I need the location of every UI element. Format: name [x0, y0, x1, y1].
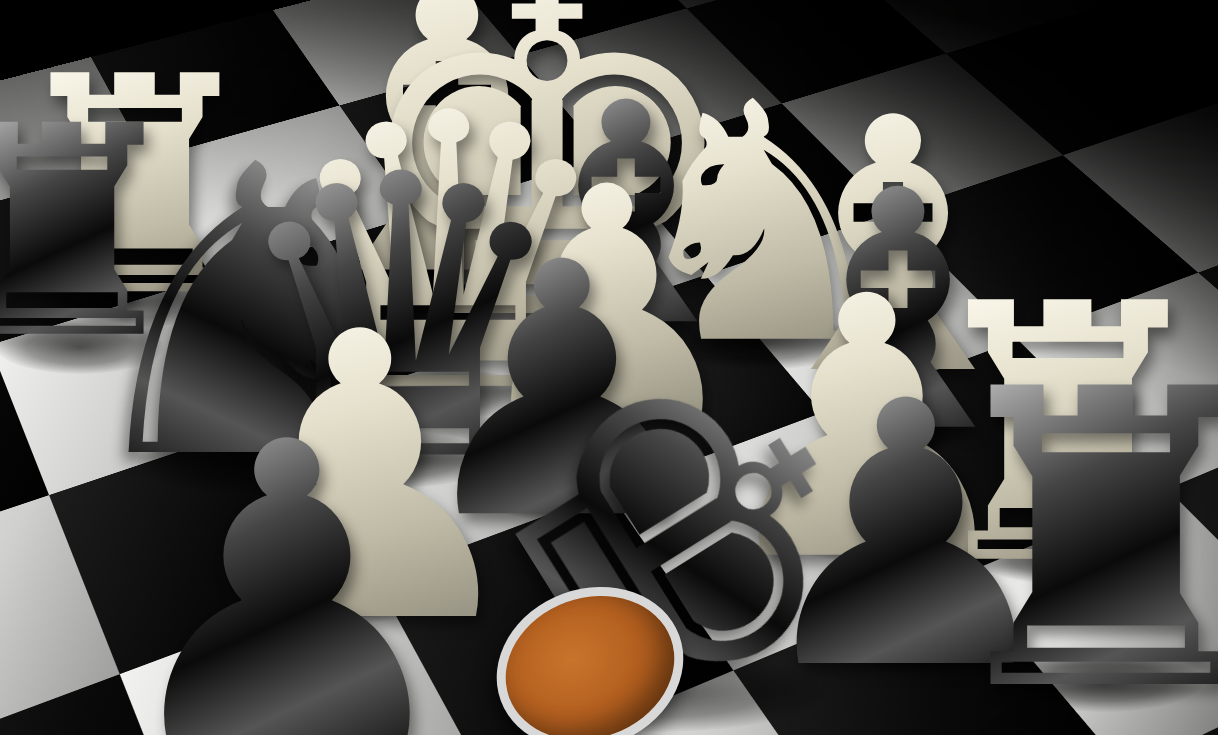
piece-black-pawn-b2: ♟ — [103, 390, 471, 735]
pieces-layer: ♝♚♜♝♞♜♝♛♟♝♞♛♟♟♜♟♟♚♜♟ — [0, 0, 1218, 735]
chess-scene: ♝♚♜♝♞♜♝♛♟♝♞♛♟♟♜♟♟♚♜♟ — [0, 0, 1218, 735]
piece-black-rook-h3: ♜ — [922, 337, 1218, 735]
